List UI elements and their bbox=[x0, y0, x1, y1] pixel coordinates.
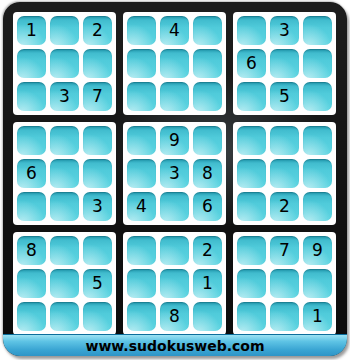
cell-r7c6[interactable]: 2 bbox=[193, 236, 222, 265]
given-digit: 8 bbox=[26, 240, 37, 260]
cell-r8c4[interactable] bbox=[127, 269, 156, 298]
cell-r7c1[interactable]: 8 bbox=[17, 236, 46, 265]
cell-r2c5[interactable] bbox=[160, 49, 189, 78]
cell-r3c1[interactable] bbox=[17, 82, 46, 111]
given-digit: 1 bbox=[312, 306, 323, 326]
box-r1c1: 1237 bbox=[13, 12, 116, 115]
cell-r4c7[interactable] bbox=[237, 126, 266, 155]
cell-r9c7[interactable] bbox=[237, 302, 266, 331]
cell-r1c2[interactable] bbox=[50, 16, 79, 45]
cell-r4c4[interactable] bbox=[127, 126, 156, 155]
cell-r3c5[interactable] bbox=[160, 82, 189, 111]
cell-r5c4[interactable] bbox=[127, 159, 156, 188]
cell-r7c4[interactable] bbox=[127, 236, 156, 265]
cell-r6c7[interactable] bbox=[237, 192, 266, 221]
box-r1c3: 365 bbox=[233, 12, 336, 115]
cell-r6c2[interactable] bbox=[50, 192, 79, 221]
given-digit: 2 bbox=[279, 196, 290, 216]
given-digit: 5 bbox=[279, 86, 290, 106]
cell-r5c9[interactable] bbox=[303, 159, 332, 188]
cell-r7c8[interactable]: 7 bbox=[270, 236, 299, 265]
cell-r3c7[interactable] bbox=[237, 82, 266, 111]
cell-r3c6[interactable] bbox=[193, 82, 222, 111]
box-r1c2: 4 bbox=[123, 12, 226, 115]
cell-r5c3[interactable] bbox=[83, 159, 112, 188]
given-digit: 3 bbox=[169, 163, 180, 183]
given-digit: 6 bbox=[246, 53, 257, 73]
cell-r8c7[interactable] bbox=[237, 269, 266, 298]
cell-r1c8[interactable]: 3 bbox=[270, 16, 299, 45]
cell-r4c6[interactable] bbox=[193, 126, 222, 155]
cell-r5c1[interactable]: 6 bbox=[17, 159, 46, 188]
given-digit: 6 bbox=[202, 196, 213, 216]
given-digit: 2 bbox=[92, 20, 103, 40]
cell-r4c2[interactable] bbox=[50, 126, 79, 155]
cell-r3c4[interactable] bbox=[127, 82, 156, 111]
given-digit: 3 bbox=[92, 196, 103, 216]
cell-r3c9[interactable] bbox=[303, 82, 332, 111]
cell-r3c3[interactable]: 7 bbox=[83, 82, 112, 111]
cell-r1c5[interactable]: 4 bbox=[160, 16, 189, 45]
cell-r6c6[interactable]: 6 bbox=[193, 192, 222, 221]
cell-r4c3[interactable] bbox=[83, 126, 112, 155]
given-digit: 6 bbox=[26, 163, 37, 183]
cell-r5c2[interactable] bbox=[50, 159, 79, 188]
cell-r6c9[interactable] bbox=[303, 192, 332, 221]
sudoku-board-frame: 123743656393846285218791 www.sudokusweb.… bbox=[3, 2, 347, 356]
cell-r7c7[interactable] bbox=[237, 236, 266, 265]
cell-r8c1[interactable] bbox=[17, 269, 46, 298]
box-r2c1: 63 bbox=[13, 122, 116, 225]
cell-r1c9[interactable] bbox=[303, 16, 332, 45]
cell-r6c8[interactable]: 2 bbox=[270, 192, 299, 221]
footer-band: www.sudokusweb.com bbox=[3, 334, 347, 356]
given-digit: 7 bbox=[279, 240, 290, 260]
cell-r8c5[interactable] bbox=[160, 269, 189, 298]
cell-r7c2[interactable] bbox=[50, 236, 79, 265]
cell-r2c9[interactable] bbox=[303, 49, 332, 78]
cell-r8c9[interactable] bbox=[303, 269, 332, 298]
cell-r9c9[interactable]: 1 bbox=[303, 302, 332, 331]
given-digit: 7 bbox=[92, 86, 103, 106]
cell-r4c8[interactable] bbox=[270, 126, 299, 155]
box-r3c2: 218 bbox=[123, 232, 226, 335]
cell-r5c8[interactable] bbox=[270, 159, 299, 188]
given-digit: 8 bbox=[169, 306, 180, 326]
cell-r2c7[interactable]: 6 bbox=[237, 49, 266, 78]
given-digit: 3 bbox=[279, 20, 290, 40]
cell-r4c5[interactable]: 9 bbox=[160, 126, 189, 155]
cell-r1c1[interactable]: 1 bbox=[17, 16, 46, 45]
given-digit: 9 bbox=[312, 240, 323, 260]
cell-r5c6[interactable]: 8 bbox=[193, 159, 222, 188]
box-r3c1: 85 bbox=[13, 232, 116, 335]
cell-r4c1[interactable] bbox=[17, 126, 46, 155]
cell-r8c6[interactable]: 1 bbox=[193, 269, 222, 298]
cell-r1c4[interactable] bbox=[127, 16, 156, 45]
box-r2c3: 2 bbox=[233, 122, 336, 225]
cell-r8c2[interactable] bbox=[50, 269, 79, 298]
cell-r2c1[interactable] bbox=[17, 49, 46, 78]
given-digit: 4 bbox=[169, 20, 180, 40]
given-digit: 1 bbox=[202, 273, 213, 293]
cell-r5c5[interactable]: 3 bbox=[160, 159, 189, 188]
cell-r7c3[interactable] bbox=[83, 236, 112, 265]
cell-r9c1[interactable] bbox=[17, 302, 46, 331]
website-url: www.sudokusweb.com bbox=[85, 338, 264, 354]
given-digit: 2 bbox=[202, 240, 213, 260]
sudoku-grid: 123743656393846285218791 bbox=[13, 12, 336, 335]
cell-r9c3[interactable] bbox=[83, 302, 112, 331]
cell-r9c4[interactable] bbox=[127, 302, 156, 331]
cell-r2c6[interactable] bbox=[193, 49, 222, 78]
given-digit: 9 bbox=[169, 130, 180, 150]
cell-r6c1[interactable] bbox=[17, 192, 46, 221]
cell-r6c4[interactable]: 4 bbox=[127, 192, 156, 221]
cell-r7c9[interactable]: 9 bbox=[303, 236, 332, 265]
cell-r4c9[interactable] bbox=[303, 126, 332, 155]
cell-r9c8[interactable] bbox=[270, 302, 299, 331]
cell-r8c8[interactable] bbox=[270, 269, 299, 298]
cell-r1c6[interactable] bbox=[193, 16, 222, 45]
given-digit: 1 bbox=[26, 20, 37, 40]
box-r2c2: 93846 bbox=[123, 122, 226, 225]
cell-r2c8[interactable] bbox=[270, 49, 299, 78]
cell-r2c2[interactable] bbox=[50, 49, 79, 78]
cell-r3c8[interactable]: 5 bbox=[270, 82, 299, 111]
cell-r1c7[interactable] bbox=[237, 16, 266, 45]
cell-r8c3[interactable]: 5 bbox=[83, 269, 112, 298]
cell-r3c2[interactable]: 3 bbox=[50, 82, 79, 111]
given-digit: 3 bbox=[59, 86, 70, 106]
box-r3c3: 791 bbox=[233, 232, 336, 335]
cell-r5c7[interactable] bbox=[237, 159, 266, 188]
cell-r6c3[interactable]: 3 bbox=[83, 192, 112, 221]
cell-r9c5[interactable]: 8 bbox=[160, 302, 189, 331]
cell-r2c3[interactable] bbox=[83, 49, 112, 78]
given-digit: 8 bbox=[202, 163, 213, 183]
cell-r1c3[interactable]: 2 bbox=[83, 16, 112, 45]
given-digit: 4 bbox=[136, 196, 147, 216]
cell-r6c5[interactable] bbox=[160, 192, 189, 221]
given-digit: 5 bbox=[92, 273, 103, 293]
cell-r9c2[interactable] bbox=[50, 302, 79, 331]
cell-r9c6[interactable] bbox=[193, 302, 222, 331]
cell-r7c5[interactable] bbox=[160, 236, 189, 265]
cell-r2c4[interactable] bbox=[127, 49, 156, 78]
